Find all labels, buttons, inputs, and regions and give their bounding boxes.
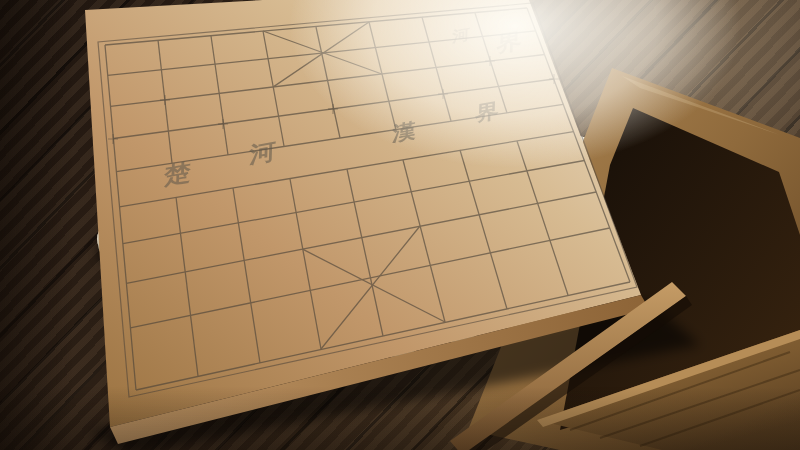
box-lid[interactable] — [537, 330, 800, 450]
scene-foreground — [0, 0, 800, 450]
xiangqi-scene: 楚 河 漢 界 河 界 馬 — [0, 0, 800, 450]
